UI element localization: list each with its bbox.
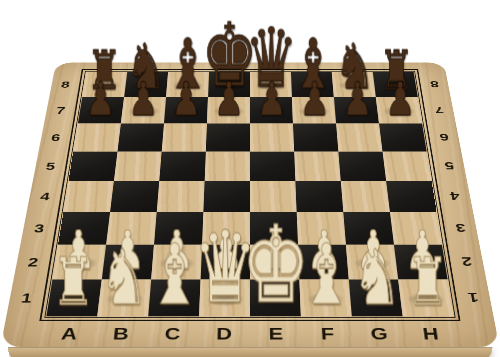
square-a6[interactable] <box>73 124 121 152</box>
file-label-e: E <box>250 321 302 347</box>
square-f6[interactable] <box>293 124 338 152</box>
square-c6[interactable] <box>162 124 207 152</box>
square-h7[interactable]: ♟ <box>376 97 422 123</box>
piece-white-knight[interactable]: ♞ <box>352 246 401 309</box>
square-e7[interactable]: ♟ <box>250 97 293 123</box>
rank-label-left-7: 7 <box>44 97 77 123</box>
board-grid: ♜♞♝♚♛♝♞♜♟♟♟♟♟♟♟♟♟♟♟♟♟♟♟♟♜♞♝♛♚♝♞♜ <box>46 72 453 316</box>
square-b1[interactable]: ♞ <box>97 279 151 316</box>
square-g4[interactable] <box>341 181 390 212</box>
file-label-d: D <box>198 321 250 347</box>
file-label-h: H <box>403 321 458 347</box>
square-h5[interactable] <box>383 151 432 180</box>
square-c4[interactable] <box>157 181 205 212</box>
file-label-b: B <box>94 321 148 347</box>
square-a1[interactable]: ♜ <box>46 279 101 316</box>
rank-label-right-6: 6 <box>427 124 461 152</box>
square-f5[interactable] <box>294 151 341 180</box>
square-f1[interactable]: ♝ <box>299 279 351 316</box>
piece-black-pawn[interactable]: ♟ <box>299 80 329 118</box>
rank-label-left-5: 5 <box>33 152 68 181</box>
piece-white-bishop[interactable]: ♝ <box>299 240 353 308</box>
file-label-a: A <box>41 321 96 347</box>
square-d1[interactable]: ♛ <box>199 279 250 316</box>
piece-white-knight[interactable]: ♞ <box>99 246 148 309</box>
piece-black-pawn[interactable]: ♟ <box>171 80 201 118</box>
rank-label-right-5: 5 <box>432 152 467 181</box>
square-d6[interactable] <box>206 124 250 152</box>
square-e1[interactable]: ♚ <box>250 279 301 316</box>
square-e6[interactable] <box>250 124 294 152</box>
piece-black-pawn[interactable]: ♟ <box>256 80 286 118</box>
rank-label-right-4: 4 <box>437 181 473 212</box>
square-c1[interactable]: ♝ <box>148 279 200 316</box>
piece-white-bishop[interactable]: ♝ <box>147 240 201 308</box>
square-g5[interactable] <box>338 151 386 180</box>
square-d7[interactable]: ♟ <box>207 97 250 123</box>
square-h6[interactable] <box>379 124 427 152</box>
piece-black-pawn[interactable]: ♟ <box>214 80 244 118</box>
rank-label-left-6: 6 <box>38 124 72 152</box>
square-g7[interactable]: ♟ <box>334 97 379 123</box>
rank-label-left-4: 4 <box>27 181 63 212</box>
square-a4[interactable] <box>63 181 113 212</box>
piece-black-pawn[interactable]: ♟ <box>85 80 115 118</box>
board-front-edge <box>8 347 493 357</box>
chess-set-photo: ♜♞♝♚♛♝♞♜♟♟♟♟♟♟♟♟♟♟♟♟♟♟♟♟♜♞♝♛♚♝♞♜ ABCDEFG… <box>0 0 500 357</box>
rank-label-left-3: 3 <box>20 212 58 245</box>
square-b6[interactable] <box>117 124 163 152</box>
square-h4[interactable] <box>386 181 436 212</box>
file-labels-bottom: ABCDEFGH <box>41 321 458 347</box>
square-a5[interactable] <box>69 151 118 180</box>
square-b5[interactable] <box>114 151 162 180</box>
square-a7[interactable]: ♟ <box>78 97 124 123</box>
rank-label-left-1: 1 <box>6 280 46 317</box>
square-c5[interactable] <box>159 151 206 180</box>
piece-black-pawn[interactable]: ♟ <box>385 80 415 118</box>
square-b7[interactable]: ♟ <box>121 97 166 123</box>
chessboard: ♜♞♝♚♛♝♞♜♟♟♟♟♟♟♟♟♟♟♟♟♟♟♟♟♜♞♝♛♚♝♞♜ ABCDEFG… <box>0 62 500 347</box>
square-b4[interactable] <box>110 181 159 212</box>
piece-black-pawn[interactable]: ♟ <box>342 80 372 118</box>
file-label-g: G <box>352 321 406 347</box>
rank-label-right-2: 2 <box>448 245 487 280</box>
board-perspective: ♜♞♝♚♛♝♞♜♟♟♟♟♟♟♟♟♟♟♟♟♟♟♟♟♜♞♝♛♚♝♞♜ ABCDEFG… <box>32 0 469 357</box>
rank-label-left-2: 2 <box>13 245 52 280</box>
rank-label-right-3: 3 <box>442 212 480 245</box>
piece-white-queen[interactable]: ♛ <box>193 227 257 309</box>
square-g1[interactable]: ♞ <box>349 279 403 316</box>
piece-white-rook[interactable]: ♜ <box>406 255 448 309</box>
rank-label-right-1: 1 <box>454 280 494 317</box>
square-d5[interactable] <box>205 151 250 180</box>
piece-white-rook[interactable]: ♜ <box>52 255 94 309</box>
square-g6[interactable] <box>336 124 382 152</box>
file-label-c: C <box>146 321 199 347</box>
file-label-f: F <box>301 321 354 347</box>
rank-label-right-8: 8 <box>419 72 451 97</box>
square-c7[interactable]: ♟ <box>164 97 208 123</box>
rank-label-left-8: 8 <box>49 72 81 97</box>
square-e5[interactable] <box>250 151 295 180</box>
rank-label-right-7: 7 <box>423 97 456 123</box>
piece-black-pawn[interactable]: ♟ <box>128 80 158 118</box>
square-f7[interactable]: ♟ <box>292 97 336 123</box>
square-h1[interactable]: ♜ <box>398 279 453 316</box>
